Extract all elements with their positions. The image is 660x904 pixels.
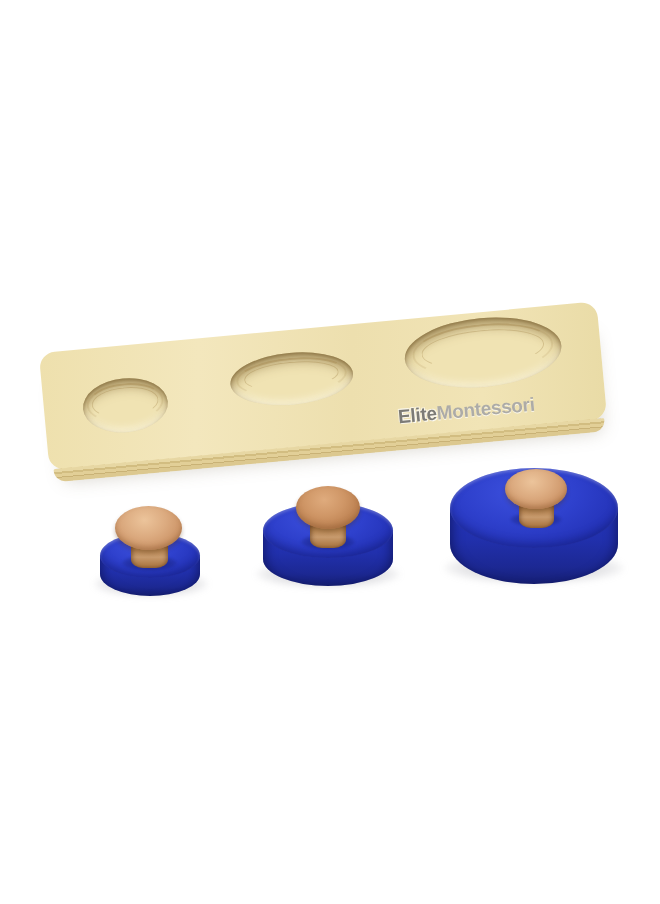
product-photo-scene: EliteMontessori bbox=[0, 0, 660, 904]
recess-medium-circle[interactable] bbox=[228, 347, 355, 410]
knob-cap[interactable] bbox=[296, 486, 360, 529]
brand-logo-elite: Elite bbox=[397, 403, 437, 427]
recess-large-circle[interactable] bbox=[402, 311, 565, 394]
recess-small-circle[interactable] bbox=[81, 375, 171, 437]
knobbed-disc-small[interactable] bbox=[100, 503, 215, 608]
knobbed-disc-medium[interactable] bbox=[263, 484, 408, 596]
brand-logo: EliteMontessori bbox=[397, 394, 535, 429]
puzzle-board: EliteMontessori bbox=[39, 301, 608, 470]
knobbed-disc-large[interactable] bbox=[450, 456, 632, 598]
knob-cap[interactable] bbox=[115, 506, 182, 550]
knob-cap[interactable] bbox=[505, 469, 567, 509]
brand-logo-montessori: Montessori bbox=[436, 394, 536, 424]
